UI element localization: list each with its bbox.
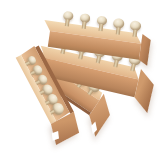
knob-cylinder [112, 17, 125, 35]
knob-stem [65, 19, 70, 26]
knob-stem [82, 22, 87, 29]
knob-stem [98, 24, 103, 31]
base-groove-notch [52, 131, 59, 141]
knob-stem [115, 27, 120, 34]
knob-stem [78, 51, 83, 59]
knob-stem [95, 55, 100, 63]
knob-cylinder [95, 15, 107, 32]
knob-cylinder [79, 13, 91, 30]
product-photo-stage [0, 0, 160, 160]
knob-stem [132, 29, 137, 36]
knob-stem [130, 64, 135, 72]
knob-cylinder [62, 11, 74, 28]
base-groove-notch [91, 121, 97, 134]
knob-stem [113, 59, 118, 67]
knob-stem [87, 89, 93, 95]
block-end-face [139, 34, 151, 66]
knob-cylinder [129, 20, 142, 38]
